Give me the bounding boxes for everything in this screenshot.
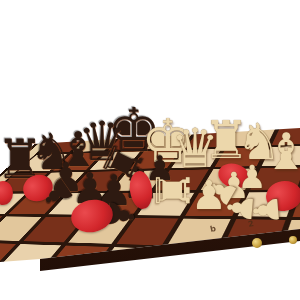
light-rook-piece: ♜: [149, 169, 195, 210]
light-pawn-piece: ♟: [248, 193, 285, 226]
light-bishop-piece: ♝: [264, 127, 300, 177]
chess-set-photo: ♜♞♝♛♚♜♟♟♟♟♟♟♟♚♛♜♞♝♜♟♟♟♟♟♟ b2: [0, 0, 300, 300]
pieces-layer: ♜♞♝♛♚♜♟♟♟♟♟♟♟♚♛♜♞♝♜♟♟♟♟♟♟: [0, 0, 300, 300]
